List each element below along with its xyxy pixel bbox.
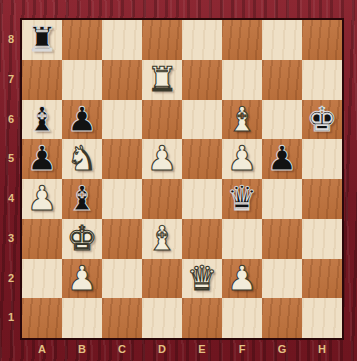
file-label-c: C bbox=[102, 338, 142, 361]
square-f3[interactable] bbox=[222, 219, 262, 259]
square-g3[interactable] bbox=[262, 219, 302, 259]
square-e8[interactable] bbox=[182, 20, 222, 60]
rank-label-4: 4 bbox=[0, 179, 22, 219]
square-f8[interactable] bbox=[222, 20, 262, 60]
white-king[interactable]: ♚ bbox=[67, 219, 97, 259]
square-c5[interactable] bbox=[102, 139, 142, 179]
square-h7[interactable] bbox=[302, 60, 342, 100]
square-f7[interactable] bbox=[222, 60, 262, 100]
black-pawn[interactable]: ♟ bbox=[267, 139, 297, 179]
square-f2[interactable]: ♟ bbox=[222, 259, 262, 299]
black-bishop[interactable]: ♝ bbox=[27, 100, 57, 140]
square-c2[interactable] bbox=[102, 259, 142, 299]
square-d4[interactable] bbox=[142, 179, 182, 219]
square-e3[interactable] bbox=[182, 219, 222, 259]
square-h3[interactable] bbox=[302, 219, 342, 259]
square-b4[interactable]: ♝ bbox=[62, 179, 102, 219]
square-g5[interactable]: ♟ bbox=[262, 139, 302, 179]
square-e5[interactable] bbox=[182, 139, 222, 179]
white-queen[interactable]: ♛ bbox=[187, 259, 217, 299]
square-b7[interactable] bbox=[62, 60, 102, 100]
square-d3[interactable]: ♝ bbox=[142, 219, 182, 259]
square-b1[interactable] bbox=[62, 298, 102, 338]
square-d5[interactable]: ♟ bbox=[142, 139, 182, 179]
black-queen[interactable]: ♛ bbox=[227, 179, 257, 219]
square-g7[interactable] bbox=[262, 60, 302, 100]
square-e2[interactable]: ♛ bbox=[182, 259, 222, 299]
square-a7[interactable] bbox=[22, 60, 62, 100]
square-a8[interactable]: ♜ bbox=[22, 20, 62, 60]
black-pawn[interactable]: ♟ bbox=[67, 100, 97, 140]
square-d2[interactable] bbox=[142, 259, 182, 299]
square-g4[interactable] bbox=[262, 179, 302, 219]
square-b3[interactable]: ♚ bbox=[62, 219, 102, 259]
file-labels: ABCDEFGH bbox=[22, 338, 342, 361]
square-b6[interactable]: ♟ bbox=[62, 100, 102, 140]
black-rook[interactable]: ♜ bbox=[27, 20, 57, 60]
square-d1[interactable] bbox=[142, 298, 182, 338]
square-e7[interactable] bbox=[182, 60, 222, 100]
rank-label-3: 3 bbox=[0, 219, 22, 259]
square-g2[interactable] bbox=[262, 259, 302, 299]
board-frame: 87654321 ♜♜♝♟♝♚♟♞♟♟♟♟♝♛♚♝♟♛♟ ABCDEFGH bbox=[0, 0, 357, 361]
square-a1[interactable] bbox=[22, 298, 62, 338]
square-f1[interactable] bbox=[222, 298, 262, 338]
square-h4[interactable] bbox=[302, 179, 342, 219]
white-pawn[interactable]: ♟ bbox=[27, 179, 57, 219]
rank-label-2: 2 bbox=[0, 259, 22, 299]
square-a3[interactable] bbox=[22, 219, 62, 259]
square-c3[interactable] bbox=[102, 219, 142, 259]
file-label-b: B bbox=[62, 338, 102, 361]
chess-board: ♜♜♝♟♝♚♟♞♟♟♟♟♝♛♚♝♟♛♟ bbox=[22, 20, 342, 338]
white-bishop[interactable]: ♝ bbox=[147, 219, 177, 259]
white-pawn[interactable]: ♟ bbox=[67, 259, 97, 299]
square-d8[interactable] bbox=[142, 20, 182, 60]
white-knight[interactable]: ♞ bbox=[67, 139, 97, 179]
file-label-g: G bbox=[262, 338, 302, 361]
black-pawn[interactable]: ♟ bbox=[27, 139, 57, 179]
square-g8[interactable] bbox=[262, 20, 302, 60]
square-e4[interactable] bbox=[182, 179, 222, 219]
square-h2[interactable] bbox=[302, 259, 342, 299]
file-label-a: A bbox=[22, 338, 62, 361]
rank-label-7: 7 bbox=[0, 60, 22, 100]
square-h8[interactable] bbox=[302, 20, 342, 60]
white-rook[interactable]: ♜ bbox=[147, 60, 177, 100]
square-f6[interactable]: ♝ bbox=[222, 100, 262, 140]
square-c8[interactable] bbox=[102, 20, 142, 60]
file-label-e: E bbox=[182, 338, 222, 361]
square-b2[interactable]: ♟ bbox=[62, 259, 102, 299]
square-h5[interactable] bbox=[302, 139, 342, 179]
square-g6[interactable] bbox=[262, 100, 302, 140]
square-h6[interactable]: ♚ bbox=[302, 100, 342, 140]
rank-label-1: 1 bbox=[0, 298, 22, 338]
square-f4[interactable]: ♛ bbox=[222, 179, 262, 219]
white-pawn[interactable]: ♟ bbox=[227, 139, 257, 179]
square-e1[interactable] bbox=[182, 298, 222, 338]
rank-label-8: 8 bbox=[0, 20, 22, 60]
square-c6[interactable] bbox=[102, 100, 142, 140]
black-bishop[interactable]: ♝ bbox=[67, 179, 97, 219]
square-c7[interactable] bbox=[102, 60, 142, 100]
square-d6[interactable] bbox=[142, 100, 182, 140]
file-label-f: F bbox=[222, 338, 262, 361]
square-a5[interactable]: ♟ bbox=[22, 139, 62, 179]
square-c4[interactable] bbox=[102, 179, 142, 219]
rank-label-5: 5 bbox=[0, 139, 22, 179]
white-bishop[interactable]: ♝ bbox=[227, 100, 257, 140]
square-g1[interactable] bbox=[262, 298, 302, 338]
square-b8[interactable] bbox=[62, 20, 102, 60]
square-h1[interactable] bbox=[302, 298, 342, 338]
white-pawn[interactable]: ♟ bbox=[227, 259, 257, 299]
square-f5[interactable]: ♟ bbox=[222, 139, 262, 179]
square-a4[interactable]: ♟ bbox=[22, 179, 62, 219]
square-c1[interactable] bbox=[102, 298, 142, 338]
white-pawn[interactable]: ♟ bbox=[147, 139, 177, 179]
square-b5[interactable]: ♞ bbox=[62, 139, 102, 179]
file-label-d: D bbox=[142, 338, 182, 361]
square-a2[interactable] bbox=[22, 259, 62, 299]
file-label-h: H bbox=[302, 338, 342, 361]
black-king[interactable]: ♚ bbox=[307, 100, 337, 140]
rank-labels: 87654321 bbox=[0, 20, 22, 338]
square-e6[interactable] bbox=[182, 100, 222, 140]
square-d7[interactable]: ♜ bbox=[142, 60, 182, 100]
rank-label-6: 6 bbox=[0, 100, 22, 140]
square-a6[interactable]: ♝ bbox=[22, 100, 62, 140]
